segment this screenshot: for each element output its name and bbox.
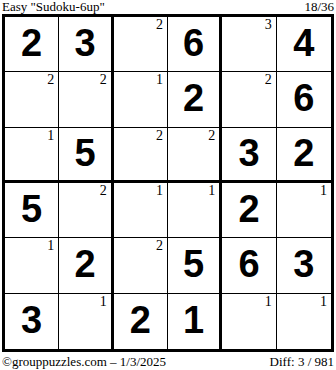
cell-r1c6[interactable]: 4 xyxy=(277,17,331,72)
page-title: Easy "Sudoku-6up" xyxy=(2,0,105,14)
pencil-mark: 2 xyxy=(156,129,163,143)
difficulty-text: Diff: 3 / 981 xyxy=(270,355,334,369)
given-digit: 1 xyxy=(183,301,204,339)
given-digit: 5 xyxy=(74,134,95,172)
pencil-mark: 2 xyxy=(265,73,272,87)
cell-r3c2[interactable]: 5 xyxy=(59,128,113,183)
pencil-mark: 2 xyxy=(100,73,107,87)
pencil-mark: 2 xyxy=(47,73,54,87)
credit-text: ©grouppuzzles.com – 1/3/2025 xyxy=(2,355,166,369)
given-digit: 2 xyxy=(238,190,259,228)
given-digit: 6 xyxy=(238,245,259,283)
pencil-mark: 1 xyxy=(47,129,54,143)
cell-r2c4[interactable]: 2 xyxy=(168,72,222,127)
pencil-mark: 1 xyxy=(320,295,327,309)
cell-r6c5[interactable]: 1 xyxy=(222,294,276,349)
cell-r2c1[interactable]: 2 xyxy=(5,72,59,127)
cell-r6c6[interactable]: 1 xyxy=(277,294,331,349)
cell-r4c4[interactable]: 1 xyxy=(168,183,222,238)
cell-r3c5[interactable]: 3 xyxy=(222,128,276,183)
cell-r1c4[interactable]: 6 xyxy=(168,17,222,72)
pencil-mark: 1 xyxy=(156,73,163,87)
cell-r5c3[interactable]: 2 xyxy=(114,238,168,293)
cell-r6c1[interactable]: 3 xyxy=(5,294,59,349)
cell-r3c3[interactable]: 2 xyxy=(114,128,168,183)
cell-r4c3[interactable]: 1 xyxy=(114,183,168,238)
cell-r6c3[interactable]: 2 xyxy=(114,294,168,349)
cell-r5c6[interactable]: 3 xyxy=(277,238,331,293)
cell-r1c2[interactable]: 3 xyxy=(59,17,113,72)
cell-r3c6[interactable]: 2 xyxy=(277,128,331,183)
cell-r4c1[interactable]: 5 xyxy=(5,183,59,238)
pencil-mark: 3 xyxy=(265,18,272,32)
puzzle-page: Easy "Sudoku-6up" 18/36 2326342212261522… xyxy=(0,0,336,370)
given-digit: 5 xyxy=(183,245,204,283)
footer: ©grouppuzzles.com – 1/3/2025 Diff: 3 / 9… xyxy=(0,355,336,369)
cell-r2c2[interactable]: 2 xyxy=(59,72,113,127)
pencil-mark: 1 xyxy=(100,295,107,309)
given-digit: 2 xyxy=(74,245,95,283)
cell-r2c5[interactable]: 2 xyxy=(222,72,276,127)
cell-r1c3[interactable]: 2 xyxy=(114,17,168,72)
given-digit: 3 xyxy=(293,245,314,283)
given-digit: 5 xyxy=(21,190,42,228)
pencil-mark: 2 xyxy=(156,239,163,253)
given-digit: 6 xyxy=(183,24,204,62)
given-digit: 2 xyxy=(183,79,204,117)
pencil-mark: 1 xyxy=(320,184,327,198)
cell-r2c3[interactable]: 1 xyxy=(114,72,168,127)
cell-r5c4[interactable]: 5 xyxy=(168,238,222,293)
pencil-mark: 1 xyxy=(265,295,272,309)
pencil-mark: 1 xyxy=(47,239,54,253)
given-digit: 2 xyxy=(293,134,314,172)
given-digit: 2 xyxy=(21,24,42,62)
header: Easy "Sudoku-6up" 18/36 xyxy=(0,0,336,14)
pencil-mark: 2 xyxy=(100,184,107,198)
cell-r5c2[interactable]: 2 xyxy=(59,238,113,293)
cell-r3c4[interactable]: 2 xyxy=(168,128,222,183)
cell-r5c1[interactable]: 1 xyxy=(5,238,59,293)
pencil-mark: 2 xyxy=(156,18,163,32)
cell-r2c6[interactable]: 6 xyxy=(277,72,331,127)
cell-r4c2[interactable]: 2 xyxy=(59,183,113,238)
cell-r1c1[interactable]: 2 xyxy=(5,17,59,72)
given-digit: 4 xyxy=(293,24,314,62)
sudoku-board: 232634221226152232521121122563312111 xyxy=(2,14,334,352)
cell-r5c5[interactable]: 6 xyxy=(222,238,276,293)
filled-count: 18/36 xyxy=(304,0,334,14)
pencil-mark: 2 xyxy=(208,129,215,143)
cell-r4c5[interactable]: 2 xyxy=(222,183,276,238)
cell-r6c4[interactable]: 1 xyxy=(168,294,222,349)
pencil-mark: 1 xyxy=(156,184,163,198)
given-digit: 6 xyxy=(293,79,314,117)
cell-r4c6[interactable]: 1 xyxy=(277,183,331,238)
cell-r3c1[interactable]: 1 xyxy=(5,128,59,183)
cell-r1c5[interactable]: 3 xyxy=(222,17,276,72)
given-digit: 3 xyxy=(238,134,259,172)
pencil-mark: 1 xyxy=(208,184,215,198)
given-digit: 2 xyxy=(130,301,151,339)
given-digit: 3 xyxy=(74,24,95,62)
given-digit: 3 xyxy=(21,301,42,339)
cell-r6c2[interactable]: 1 xyxy=(59,294,113,349)
